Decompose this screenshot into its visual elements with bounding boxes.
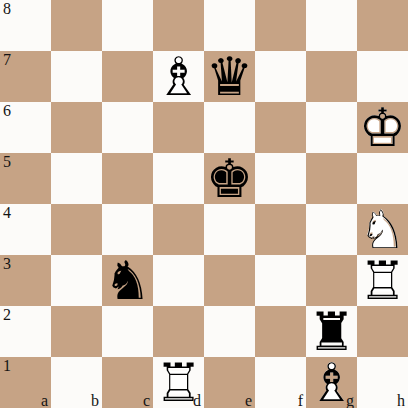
square-d8[interactable] (153, 0, 204, 51)
piece-fill-white-king: ♚ (357, 102, 408, 153)
square-c1[interactable]: c (102, 357, 153, 408)
square-a4[interactable]: 4 (0, 204, 51, 255)
board-root: 87♝♗♛6♚♔5♚4♞♘3♞♜♖2♜1abcd♜♖efg♝♗h (0, 0, 408, 408)
square-h5[interactable] (357, 153, 408, 204)
square-b5[interactable] (51, 153, 102, 204)
square-a3[interactable]: 3 (0, 255, 51, 306)
square-c3[interactable]: ♞ (102, 255, 153, 306)
square-a5[interactable]: 5 (0, 153, 51, 204)
square-h3[interactable]: ♜♖ (357, 255, 408, 306)
square-h6[interactable]: ♚♔ (357, 102, 408, 153)
square-b4[interactable] (51, 204, 102, 255)
square-e2[interactable] (204, 306, 255, 357)
file-label-c: c (143, 392, 150, 408)
rank-label-5: 5 (3, 153, 11, 171)
square-d4[interactable] (153, 204, 204, 255)
file-label-f: f (298, 392, 303, 408)
square-b1[interactable]: b (51, 357, 102, 408)
square-g5[interactable] (306, 153, 357, 204)
square-a1[interactable]: 1a (0, 357, 51, 408)
square-e6[interactable] (204, 102, 255, 153)
square-c7[interactable] (102, 51, 153, 102)
square-b8[interactable] (51, 0, 102, 51)
square-e5[interactable]: ♚ (204, 153, 255, 204)
rank-label-8: 8 (3, 0, 11, 18)
square-e4[interactable] (204, 204, 255, 255)
square-d2[interactable] (153, 306, 204, 357)
square-h2[interactable] (357, 306, 408, 357)
piece-fill-white-bishop: ♝ (153, 51, 204, 102)
square-e3[interactable] (204, 255, 255, 306)
square-c6[interactable] (102, 102, 153, 153)
file-label-g: g (346, 392, 354, 408)
square-d3[interactable] (153, 255, 204, 306)
square-c2[interactable] (102, 306, 153, 357)
piece-black-knight[interactable]: ♞ (102, 255, 153, 306)
piece-white-king[interactable]: ♔ (357, 102, 408, 153)
piece-black-king[interactable]: ♚ (204, 153, 255, 204)
square-f8[interactable] (255, 0, 306, 51)
square-g3[interactable] (306, 255, 357, 306)
piece-black-queen[interactable]: ♛ (204, 51, 255, 102)
piece-fill-white-rook: ♜ (357, 255, 408, 306)
square-h7[interactable] (357, 51, 408, 102)
rank-label-2: 2 (3, 306, 11, 324)
square-h1[interactable]: h (357, 357, 408, 408)
file-label-d: d (193, 392, 201, 408)
square-c4[interactable] (102, 204, 153, 255)
file-label-a: a (41, 392, 48, 408)
square-d7[interactable]: ♝♗ (153, 51, 204, 102)
rank-label-4: 4 (3, 204, 11, 222)
square-b6[interactable] (51, 102, 102, 153)
square-a2[interactable]: 2 (0, 306, 51, 357)
rank-label-7: 7 (3, 51, 11, 69)
square-f4[interactable] (255, 204, 306, 255)
square-e7[interactable]: ♛ (204, 51, 255, 102)
rank-label-3: 3 (3, 255, 11, 273)
square-h4[interactable]: ♞♘ (357, 204, 408, 255)
square-c5[interactable] (102, 153, 153, 204)
square-f3[interactable] (255, 255, 306, 306)
square-g6[interactable] (306, 102, 357, 153)
piece-black-rook[interactable]: ♜ (306, 306, 357, 357)
square-f1[interactable]: f (255, 357, 306, 408)
square-d6[interactable] (153, 102, 204, 153)
square-d1[interactable]: d♜♖ (153, 357, 204, 408)
square-g7[interactable] (306, 51, 357, 102)
file-label-e: e (245, 392, 252, 408)
square-b7[interactable] (51, 51, 102, 102)
square-g1[interactable]: g♝♗ (306, 357, 357, 408)
file-label-b: b (91, 392, 99, 408)
square-c8[interactable] (102, 0, 153, 51)
square-h8[interactable] (357, 0, 408, 51)
square-f2[interactable] (255, 306, 306, 357)
square-g8[interactable] (306, 0, 357, 51)
square-b3[interactable] (51, 255, 102, 306)
chess-board: 87♝♗♛6♚♔5♚4♞♘3♞♜♖2♜1abcd♜♖efg♝♗h (0, 0, 408, 408)
piece-fill-white-knight: ♞ (357, 204, 408, 255)
piece-white-rook[interactable]: ♖ (357, 255, 408, 306)
square-g4[interactable] (306, 204, 357, 255)
rank-label-6: 6 (3, 102, 11, 120)
square-g2[interactable]: ♜ (306, 306, 357, 357)
square-a6[interactable]: 6 (0, 102, 51, 153)
square-f7[interactable] (255, 51, 306, 102)
square-f6[interactable] (255, 102, 306, 153)
square-a7[interactable]: 7 (0, 51, 51, 102)
square-a8[interactable]: 8 (0, 0, 51, 51)
piece-white-bishop[interactable]: ♗ (153, 51, 204, 102)
square-e8[interactable] (204, 0, 255, 51)
file-label-h: h (397, 392, 405, 408)
piece-white-knight[interactable]: ♘ (357, 204, 408, 255)
square-e1[interactable]: e (204, 357, 255, 408)
square-d5[interactable] (153, 153, 204, 204)
square-b2[interactable] (51, 306, 102, 357)
rank-label-1: 1 (3, 357, 11, 375)
square-f5[interactable] (255, 153, 306, 204)
